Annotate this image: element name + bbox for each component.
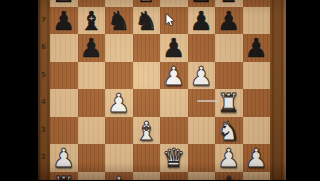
chess-board[interactable]: ♜♛♜♚♟♝♞♞♟♟♟♟♟♟♟♟♜♝♞♟♛♟♟♜♝♚ <box>50 0 270 180</box>
square-c7[interactable]: ♞ <box>105 7 133 35</box>
square-c4[interactable]: ♟ <box>105 89 133 117</box>
piece-white-queen-e2[interactable]: ♛ <box>160 144 188 172</box>
square-a1[interactable]: ♜ <box>50 172 78 181</box>
square-h2[interactable]: ♟ <box>243 144 271 172</box>
square-d1[interactable] <box>133 172 161 181</box>
square-g6[interactable] <box>215 34 243 62</box>
square-f5[interactable]: ♟ <box>188 62 216 90</box>
rank-label-4: 4 <box>38 98 49 107</box>
square-c1[interactable]: ♝ <box>105 172 133 181</box>
square-f1[interactable] <box>188 172 216 181</box>
square-a7[interactable]: ♟ <box>50 7 78 35</box>
piece-white-pawn-e5[interactable]: ♟ <box>160 62 188 90</box>
piece-white-king-g1[interactable]: ♚ <box>215 172 243 181</box>
square-f7[interactable]: ♟ <box>188 7 216 35</box>
piece-white-bishop-c1[interactable]: ♝ <box>105 172 133 181</box>
piece-white-rook-g4[interactable]: ♜ <box>215 89 243 117</box>
piece-black-pawn-g7[interactable]: ♟ <box>215 7 243 35</box>
square-g4[interactable]: ♜ <box>215 89 243 117</box>
piece-black-pawn-a7[interactable]: ♟ <box>50 7 78 35</box>
square-d4[interactable] <box>133 89 161 117</box>
square-b5[interactable] <box>78 62 106 90</box>
square-a6[interactable] <box>50 34 78 62</box>
square-c2[interactable] <box>105 144 133 172</box>
rank-label-3: 3 <box>38 126 49 135</box>
square-h3[interactable] <box>243 117 271 145</box>
piece-black-knight-d7[interactable]: ♞ <box>133 7 161 35</box>
square-e4[interactable] <box>160 89 188 117</box>
square-a2[interactable]: ♟ <box>50 144 78 172</box>
square-b1[interactable] <box>78 172 106 181</box>
square-e5[interactable]: ♟ <box>160 62 188 90</box>
piece-white-pawn-f5[interactable]: ♟ <box>188 62 216 90</box>
square-a4[interactable] <box>50 89 78 117</box>
square-e1[interactable] <box>160 172 188 181</box>
square-e7[interactable] <box>160 7 188 35</box>
square-g7[interactable]: ♟ <box>215 7 243 35</box>
square-b7[interactable]: ♝ <box>78 7 106 35</box>
piece-white-pawn-h2[interactable]: ♟ <box>243 144 271 172</box>
square-g3[interactable]: ♞ <box>215 117 243 145</box>
square-c3[interactable] <box>105 117 133 145</box>
square-f3[interactable] <box>188 117 216 145</box>
square-h1[interactable] <box>243 172 271 181</box>
square-c6[interactable] <box>105 34 133 62</box>
piece-white-rook-a1[interactable]: ♜ <box>50 172 78 181</box>
square-h6[interactable]: ♟ <box>243 34 271 62</box>
piece-black-pawn-b6[interactable]: ♟ <box>78 34 106 62</box>
square-c5[interactable] <box>105 62 133 90</box>
square-a5[interactable] <box>50 62 78 90</box>
square-d5[interactable] <box>133 62 161 90</box>
rank-label-2: 2 <box>38 153 49 162</box>
piece-white-pawn-c4[interactable]: ♟ <box>105 89 133 117</box>
square-b4[interactable] <box>78 89 106 117</box>
square-f4[interactable] <box>188 89 216 117</box>
piece-black-pawn-e6[interactable]: ♟ <box>160 34 188 62</box>
piece-black-pawn-h6[interactable]: ♟ <box>243 34 271 62</box>
square-b3[interactable] <box>78 117 106 145</box>
square-b2[interactable] <box>78 144 106 172</box>
square-e6[interactable]: ♟ <box>160 34 188 62</box>
square-f2[interactable] <box>188 144 216 172</box>
square-d6[interactable] <box>133 34 161 62</box>
piece-black-pawn-f7[interactable]: ♟ <box>188 7 216 35</box>
square-e2[interactable]: ♛ <box>160 144 188 172</box>
piece-black-knight-c7[interactable]: ♞ <box>105 7 133 35</box>
piece-black-bishop-b7[interactable]: ♝ <box>78 7 106 35</box>
square-g1[interactable]: ♚ <box>215 172 243 181</box>
square-a3[interactable] <box>50 117 78 145</box>
piece-white-bishop-d3[interactable]: ♝ <box>133 117 161 145</box>
square-g2[interactable]: ♟ <box>215 144 243 172</box>
square-h7[interactable] <box>243 7 271 35</box>
square-d7[interactable]: ♞ <box>133 7 161 35</box>
square-b6[interactable]: ♟ <box>78 34 106 62</box>
square-g5[interactable] <box>215 62 243 90</box>
rank-label-5: 5 <box>38 71 49 80</box>
chess-app-window: ♜♛♜♚♟♝♞♞♟♟♟♟♟♟♟♟♜♝♞♟♛♟♟♜♝♚ 87654321 <box>0 0 320 180</box>
square-h4[interactable] <box>243 89 271 117</box>
square-d2[interactable] <box>133 144 161 172</box>
piece-white-knight-g3[interactable]: ♞ <box>215 117 243 145</box>
rank-label-7: 7 <box>38 16 49 25</box>
piece-white-pawn-a2[interactable]: ♟ <box>50 144 78 172</box>
square-d3[interactable]: ♝ <box>133 117 161 145</box>
square-e3[interactable] <box>160 117 188 145</box>
piece-white-pawn-g2[interactable]: ♟ <box>215 144 243 172</box>
rank-label-6: 6 <box>38 43 49 52</box>
square-h5[interactable] <box>243 62 271 90</box>
square-f6[interactable] <box>188 34 216 62</box>
